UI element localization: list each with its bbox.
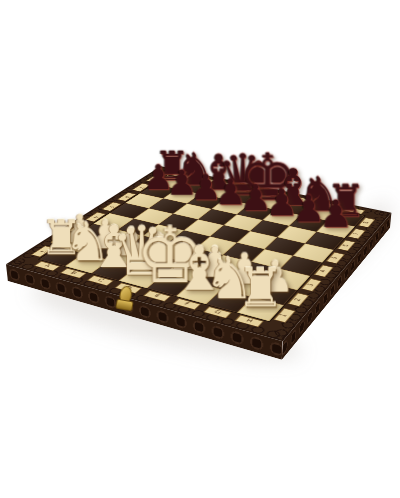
piece-white-rook-a1: ♜ xyxy=(32,207,91,255)
piece-white-pawn-a2: ♟ xyxy=(51,204,108,243)
piece-black-pawn-c7: ♟ xyxy=(180,165,232,200)
piece-black-bishop-f8: ♝ xyxy=(267,156,319,206)
brass-clasp xyxy=(112,284,138,313)
piece-black-bishop-c8: ♝ xyxy=(193,142,243,191)
piece-black-rook-h8: ♜ xyxy=(319,173,373,217)
pieces-layer: ♜♞♝♛♚♝♞♜♟♟♟♟♟♟♟♟♟♟♟♟♟♟♟♟♜♞♝♛♚♝♞♜ xyxy=(6,165,392,339)
scene: ♜♞♝♛♚♝♞♜♟♟♟♟♟♟♟♟♟♟♟♟♟♟♟♟♜♞♝♛♚♝♞♜ AABBCCD… xyxy=(0,0,400,498)
piece-white-pawn-h2: ♟ xyxy=(243,250,306,293)
piece-white-pawn-c2: ♟ xyxy=(102,216,161,256)
piece-white-queen-d1: ♛ xyxy=(111,209,172,277)
piece-white-bishop-c1: ♝ xyxy=(84,211,144,269)
piece-white-bishop-f1: ♝ xyxy=(168,231,231,292)
piece-black-knight-g8: ♞ xyxy=(293,164,346,211)
piece-white-pawn-f2: ♟ xyxy=(184,236,245,278)
board-face: ♜♞♝♛♚♝♞♜♟♟♟♟♟♟♟♟♟♟♟♟♟♟♟♟♜♞♝♛♚♝♞♜ AABBCCD… xyxy=(6,166,392,341)
piece-black-pawn-b7: ♟ xyxy=(156,161,207,196)
piece-black-rook-a8: ♜ xyxy=(147,141,196,181)
piece-white-knight-b1: ♞ xyxy=(58,209,117,262)
piece-white-king-e1: ♚ xyxy=(139,206,201,284)
piece-black-knight-b8: ♞ xyxy=(170,142,220,186)
piece-white-pawn-b2: ♟ xyxy=(76,210,134,249)
clasp-plate xyxy=(115,299,133,312)
piece-white-knight-g1: ♞ xyxy=(197,242,261,299)
piece-black-queen-d8: ♛ xyxy=(217,139,268,195)
piece-black-pawn-a7: ♟ xyxy=(133,156,183,190)
piece-black-king-e8: ♚ xyxy=(242,137,294,202)
piece-white-pawn-e2: ♟ xyxy=(156,229,216,270)
piece-white-pawn-g2: ♟ xyxy=(213,243,275,285)
piece-white-pawn-d2: ♟ xyxy=(129,223,189,263)
chess-board: ♜♞♝♛♚♝♞♜♟♟♟♟♟♟♟♟♟♟♟♟♟♟♟♟♜♞♝♛♚♝♞♜ AABBCCD… xyxy=(6,166,391,341)
piece-white-rook-h1: ♜ xyxy=(228,254,293,308)
